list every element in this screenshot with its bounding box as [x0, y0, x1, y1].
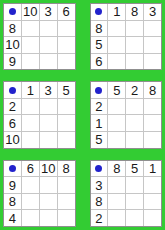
- col-header: 6: [58, 4, 75, 20]
- row-header: 10: [4, 132, 21, 148]
- answer-cell[interactable]: [144, 210, 161, 226]
- row-header: 2: [4, 99, 21, 115]
- answer-cell[interactable]: [144, 115, 161, 131]
- operator-cell: [4, 82, 21, 98]
- answer-cell[interactable]: [126, 37, 143, 53]
- row-header: 9: [4, 54, 21, 70]
- answer-cell[interactable]: [58, 37, 75, 53]
- answer-cell[interactable]: [40, 99, 57, 115]
- col-header: 1: [22, 82, 39, 98]
- answer-cell[interactable]: [58, 54, 75, 70]
- answer-cell[interactable]: [40, 37, 57, 53]
- col-header: 10: [40, 161, 57, 177]
- row-header: 4: [4, 210, 21, 226]
- operator-dot-icon: [95, 165, 102, 172]
- row-header: 2: [91, 210, 108, 226]
- answer-cell[interactable]: [58, 210, 75, 226]
- operator-cell: [4, 4, 21, 20]
- answer-cell[interactable]: [126, 194, 143, 210]
- col-header: 8: [126, 4, 143, 20]
- operation-table-3: 1 3 5 2 6 10: [3, 81, 76, 148]
- answer-cell[interactable]: [108, 210, 125, 226]
- col-header: 5: [58, 82, 75, 98]
- col-header: 3: [40, 82, 57, 98]
- answer-cell[interactable]: [144, 132, 161, 148]
- answer-cell[interactable]: [58, 115, 75, 131]
- answer-cell[interactable]: [126, 210, 143, 226]
- row-header: 6: [91, 54, 108, 70]
- row-header: 1: [91, 115, 108, 131]
- answer-cell[interactable]: [58, 194, 75, 210]
- answer-cell[interactable]: [126, 177, 143, 193]
- answer-cell[interactable]: [22, 54, 39, 70]
- answer-cell[interactable]: [58, 21, 75, 37]
- operator-cell: [4, 161, 21, 177]
- answer-cell[interactable]: [40, 54, 57, 70]
- answer-cell[interactable]: [22, 132, 39, 148]
- answer-cell[interactable]: [40, 21, 57, 37]
- row-header: 5: [91, 132, 108, 148]
- row-header: 8: [4, 21, 21, 37]
- answer-cell[interactable]: [108, 99, 125, 115]
- answer-cell[interactable]: [108, 54, 125, 70]
- answer-cell[interactable]: [144, 177, 161, 193]
- answer-cell[interactable]: [22, 115, 39, 131]
- answer-cell[interactable]: [108, 132, 125, 148]
- row-header: 8: [4, 194, 21, 210]
- col-header: 8: [108, 161, 125, 177]
- row-header: 5: [91, 37, 108, 53]
- answer-cell[interactable]: [144, 99, 161, 115]
- operation-table-5: 6 10 8 9 8 4: [3, 160, 76, 227]
- row-header: 3: [91, 177, 108, 193]
- answer-cell[interactable]: [40, 115, 57, 131]
- row-header: 2: [91, 99, 108, 115]
- answer-cell[interactable]: [40, 194, 57, 210]
- row-header: 6: [4, 115, 21, 131]
- answer-cell[interactable]: [22, 194, 39, 210]
- answer-cell[interactable]: [126, 54, 143, 70]
- operation-table-4: 5 2 8 2 1 5: [90, 81, 163, 148]
- col-header: 8: [58, 161, 75, 177]
- col-header: 3: [144, 4, 161, 20]
- answer-cell[interactable]: [108, 194, 125, 210]
- operator-dot-icon: [9, 8, 16, 15]
- operator-dot-icon: [9, 165, 16, 172]
- col-header: 1: [144, 161, 161, 177]
- row-header: 8: [91, 21, 108, 37]
- col-header: 5: [108, 82, 125, 98]
- operation-table-1: 10 3 6 8 10 9: [3, 3, 76, 70]
- answer-cell[interactable]: [40, 132, 57, 148]
- operator-dot-icon: [9, 87, 16, 94]
- answer-cell[interactable]: [22, 210, 39, 226]
- col-header: 8: [144, 82, 161, 98]
- answer-cell[interactable]: [22, 21, 39, 37]
- answer-cell[interactable]: [126, 99, 143, 115]
- operator-cell: [91, 82, 108, 98]
- answer-cell[interactable]: [22, 177, 39, 193]
- answer-cell[interactable]: [22, 37, 39, 53]
- answer-cell[interactable]: [126, 21, 143, 37]
- col-header: 3: [40, 4, 57, 20]
- col-header: 5: [126, 161, 143, 177]
- col-header: 2: [126, 82, 143, 98]
- col-header: 10: [22, 4, 39, 20]
- operator-dot-icon: [95, 87, 102, 94]
- answer-cell[interactable]: [58, 132, 75, 148]
- operation-table-2: 1 8 3 8 5 6: [90, 3, 163, 70]
- answer-cell[interactable]: [144, 21, 161, 37]
- col-header: 1: [108, 4, 125, 20]
- operator-cell: [91, 161, 108, 177]
- answer-cell[interactable]: [108, 177, 125, 193]
- answer-cell[interactable]: [108, 115, 125, 131]
- answer-cell[interactable]: [126, 132, 143, 148]
- answer-cell[interactable]: [40, 210, 57, 226]
- answer-cell[interactable]: [58, 99, 75, 115]
- answer-cell[interactable]: [108, 37, 125, 53]
- answer-cell[interactable]: [108, 21, 125, 37]
- answer-cell[interactable]: [144, 54, 161, 70]
- answer-cell[interactable]: [126, 115, 143, 131]
- row-header: 9: [4, 177, 21, 193]
- answer-cell[interactable]: [144, 37, 161, 53]
- answer-cell[interactable]: [58, 177, 75, 193]
- operation-table-6: 8 5 1 3 8 2: [90, 160, 163, 227]
- operator-cell: [91, 4, 108, 20]
- col-header: 6: [22, 161, 39, 177]
- answer-cell[interactable]: [40, 177, 57, 193]
- answer-cell[interactable]: [22, 99, 39, 115]
- operator-dot-icon: [95, 8, 102, 15]
- answer-cell[interactable]: [144, 194, 161, 210]
- worksheet-page: 10 3 6 8 10 9 1 8 3 8 5 6 1: [0, 0, 165, 230]
- row-header: 10: [4, 37, 21, 53]
- row-header: 8: [91, 194, 108, 210]
